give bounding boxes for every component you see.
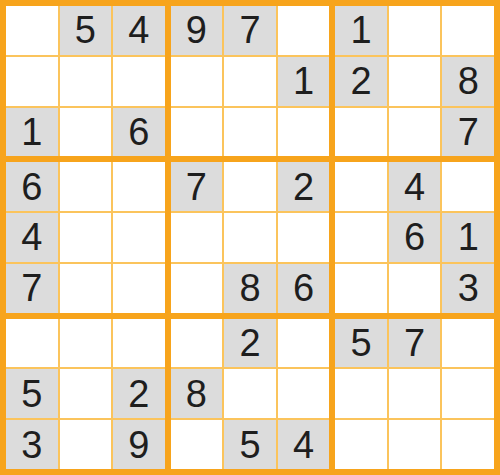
cell-r6c5: 8 [224,264,276,313]
box-3-2: 2854 [171,319,330,469]
cell-r9c9[interactable] [442,420,494,469]
cell-r6c9: 3 [442,264,494,313]
cell-r3c7[interactable] [335,108,387,157]
cell-r8c5[interactable] [224,369,276,418]
cell-r6c6: 6 [278,264,330,313]
cell-r4c9[interactable] [442,162,494,211]
cell-r6c3[interactable] [113,264,165,313]
cell-r1c3: 4 [113,6,165,55]
cell-r3c5[interactable] [224,108,276,157]
cell-r7c7: 5 [335,319,387,368]
cell-r2c5[interactable] [224,57,276,106]
cell-r8c9[interactable] [442,369,494,418]
cell-r2c2[interactable] [60,57,112,106]
cell-r8c6[interactable] [278,369,330,418]
cell-r5c4[interactable] [171,213,223,262]
cell-r6c8[interactable] [389,264,441,313]
cell-r3c4[interactable] [171,108,223,157]
cell-r1c8[interactable] [389,6,441,55]
cell-r4c2[interactable] [60,162,112,211]
cell-r9c4[interactable] [171,420,223,469]
cell-r8c1: 5 [6,369,58,418]
cell-r1c6[interactable] [278,6,330,55]
cell-r9c3: 9 [113,420,165,469]
cell-r9c2[interactable] [60,420,112,469]
cell-r7c4[interactable] [171,319,223,368]
cell-r2c9: 8 [442,57,494,106]
cell-r9c6: 4 [278,420,330,469]
cell-r1c9[interactable] [442,6,494,55]
cell-r8c7[interactable] [335,369,387,418]
cell-r1c5: 7 [224,6,276,55]
box-2-3: 4613 [335,162,494,312]
cell-r5c5[interactable] [224,213,276,262]
cell-r8c8[interactable] [389,369,441,418]
box-3-3: 57 [335,319,494,469]
cell-r1c1[interactable] [6,6,58,55]
cell-r5c2[interactable] [60,213,112,262]
cell-r3c2[interactable] [60,108,112,157]
cell-r6c4[interactable] [171,264,223,313]
cell-r7c9[interactable] [442,319,494,368]
cell-r7c6[interactable] [278,319,330,368]
box-1-3: 1287 [335,6,494,156]
cell-r8c3: 2 [113,369,165,418]
cell-r4c7[interactable] [335,162,387,211]
sudoku-board: 54169711287647728646135239285457 [0,0,500,475]
cell-r2c1[interactable] [6,57,58,106]
cell-r9c7[interactable] [335,420,387,469]
cell-r7c1[interactable] [6,319,58,368]
cell-r3c1: 1 [6,108,58,157]
cell-r9c1: 3 [6,420,58,469]
cell-r2c8[interactable] [389,57,441,106]
cell-r8c2[interactable] [60,369,112,418]
cell-r1c4: 9 [171,6,223,55]
cell-r1c2: 5 [60,6,112,55]
cell-r5c9: 1 [442,213,494,262]
cell-r5c6[interactable] [278,213,330,262]
box-2-1: 647 [6,162,165,312]
cell-r2c4[interactable] [171,57,223,106]
cell-r4c1: 6 [6,162,58,211]
cell-r4c3[interactable] [113,162,165,211]
cell-r8c4: 8 [171,369,223,418]
cell-r4c8: 4 [389,162,441,211]
cell-r3c9: 7 [442,108,494,157]
cell-r5c3[interactable] [113,213,165,262]
box-1-1: 5416 [6,6,165,156]
cell-r9c5: 5 [224,420,276,469]
cell-r7c3[interactable] [113,319,165,368]
cell-r6c2[interactable] [60,264,112,313]
cell-r9c8[interactable] [389,420,441,469]
cell-r1c7: 1 [335,6,387,55]
cell-r5c7[interactable] [335,213,387,262]
cell-r6c7[interactable] [335,264,387,313]
cell-r3c8[interactable] [389,108,441,157]
cell-r7c5: 2 [224,319,276,368]
cell-r3c6[interactable] [278,108,330,157]
cell-r4c6: 2 [278,162,330,211]
box-1-2: 971 [171,6,330,156]
cell-r4c5[interactable] [224,162,276,211]
box-2-2: 7286 [171,162,330,312]
cell-r2c7: 2 [335,57,387,106]
cell-r6c1: 7 [6,264,58,313]
cell-r2c3[interactable] [113,57,165,106]
box-3-1: 5239 [6,319,165,469]
cell-r4c4: 7 [171,162,223,211]
cell-r5c8: 6 [389,213,441,262]
cell-r2c6: 1 [278,57,330,106]
cell-r3c3: 6 [113,108,165,157]
cell-r7c2[interactable] [60,319,112,368]
cell-r7c8: 7 [389,319,441,368]
cell-r5c1: 4 [6,213,58,262]
